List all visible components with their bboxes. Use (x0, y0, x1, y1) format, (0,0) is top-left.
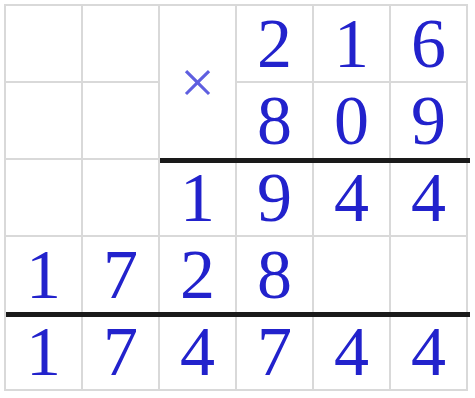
cell-r5c1: 1 (6, 314, 83, 391)
cell-r3c6: 4 (391, 160, 468, 237)
sum-rule-line (6, 312, 470, 317)
cell-r5c5: 4 (314, 314, 391, 391)
cell-r1c1 (6, 6, 83, 83)
cell-r4c6 (391, 237, 468, 314)
cell-r5c6: 4 (391, 314, 468, 391)
cell-r1c6: 6 (391, 6, 468, 83)
cell-r5c4: 7 (237, 314, 314, 391)
multiplication-sign: × (160, 6, 237, 160)
cell-r2c2 (83, 83, 160, 160)
product-rule-line (160, 158, 470, 163)
cell-r3c5: 4 (314, 160, 391, 237)
cell-r4c2: 7 (83, 237, 160, 314)
cell-r3c4: 9 (237, 160, 314, 237)
cell-r5c2: 7 (83, 314, 160, 391)
cell-r4c1: 1 (6, 237, 83, 314)
cell-r2c4: 8 (237, 83, 314, 160)
cell-r2c6: 9 (391, 83, 468, 160)
cell-r4c5 (314, 237, 391, 314)
cell-r1c4: 2 (237, 6, 314, 83)
cell-r1c5: 1 (314, 6, 391, 83)
multiplication-grid: × 2 1 6 8 0 9 1 9 4 4 1 7 2 8 1 7 4 7 4 … (4, 4, 468, 391)
cell-r5c3: 4 (160, 314, 237, 391)
cell-r1c2 (83, 6, 160, 83)
cell-r4c3: 2 (160, 237, 237, 314)
cell-r3c2 (83, 160, 160, 237)
cell-r2c5: 0 (314, 83, 391, 160)
cell-r4c4: 8 (237, 237, 314, 314)
cell-r2c1 (6, 83, 83, 160)
cell-r3c1 (6, 160, 83, 237)
cell-r3c3: 1 (160, 160, 237, 237)
